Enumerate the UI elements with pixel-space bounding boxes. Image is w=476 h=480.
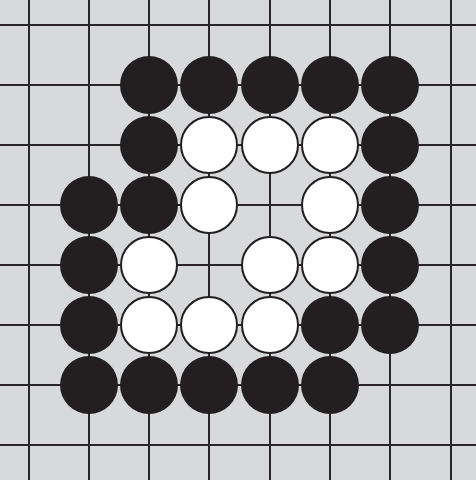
intersection[interactable] xyxy=(420,355,476,415)
intersection[interactable] xyxy=(300,115,360,175)
intersection[interactable] xyxy=(300,55,360,115)
black-stone xyxy=(301,56,359,114)
black-stone xyxy=(241,56,299,114)
intersection[interactable] xyxy=(0,55,59,115)
intersection[interactable] xyxy=(119,175,179,235)
intersection[interactable] xyxy=(179,55,239,115)
intersection[interactable] xyxy=(179,415,239,475)
intersection[interactable] xyxy=(59,175,119,235)
black-stone xyxy=(120,116,178,174)
intersection[interactable] xyxy=(420,115,476,175)
intersection[interactable] xyxy=(300,295,360,355)
intersection[interactable] xyxy=(119,295,179,355)
intersection[interactable] xyxy=(360,115,420,175)
white-stone xyxy=(241,116,299,174)
intersection[interactable] xyxy=(179,235,239,295)
intersection[interactable] xyxy=(59,415,119,475)
intersection[interactable] xyxy=(59,115,119,175)
intersection[interactable] xyxy=(300,415,360,475)
intersection[interactable] xyxy=(119,0,179,55)
intersection[interactable] xyxy=(179,295,239,355)
white-stone xyxy=(301,116,359,174)
white-stone xyxy=(301,176,359,234)
intersection[interactable] xyxy=(360,175,420,235)
intersection[interactable] xyxy=(360,55,420,115)
intersection[interactable] xyxy=(240,0,300,55)
intersection[interactable] xyxy=(59,295,119,355)
intersection[interactable] xyxy=(240,175,300,235)
white-stone xyxy=(301,236,359,294)
intersection[interactable] xyxy=(0,235,59,295)
intersection[interactable] xyxy=(420,0,476,55)
intersection[interactable] xyxy=(0,175,59,235)
intersection[interactable] xyxy=(119,355,179,415)
intersection[interactable] xyxy=(179,0,239,55)
intersection[interactable] xyxy=(179,175,239,235)
intersection[interactable] xyxy=(0,0,59,55)
intersection[interactable] xyxy=(420,55,476,115)
intersection[interactable] xyxy=(0,415,59,475)
intersection[interactable] xyxy=(59,355,119,415)
intersection[interactable] xyxy=(420,295,476,355)
intersection[interactable] xyxy=(179,355,239,415)
black-stone xyxy=(301,356,359,414)
black-stone xyxy=(241,356,299,414)
intersection[interactable] xyxy=(420,415,476,475)
intersection[interactable] xyxy=(300,235,360,295)
intersection[interactable] xyxy=(420,235,476,295)
intersection[interactable] xyxy=(300,355,360,415)
white-stone xyxy=(180,176,238,234)
white-stone xyxy=(241,296,299,354)
intersection[interactable] xyxy=(119,55,179,115)
intersection[interactable] xyxy=(240,115,300,175)
intersection[interactable] xyxy=(59,0,119,55)
intersection[interactable] xyxy=(119,115,179,175)
white-stone xyxy=(180,116,238,174)
intersections xyxy=(0,0,476,475)
black-stone xyxy=(120,56,178,114)
white-stone xyxy=(180,296,238,354)
intersection[interactable] xyxy=(360,355,420,415)
black-stone xyxy=(361,236,419,294)
intersection[interactable] xyxy=(240,355,300,415)
intersection[interactable] xyxy=(300,175,360,235)
intersection[interactable] xyxy=(119,415,179,475)
intersection[interactable] xyxy=(300,0,360,55)
intersection[interactable] xyxy=(360,0,420,55)
black-stone xyxy=(361,296,419,354)
black-stone xyxy=(120,176,178,234)
intersection[interactable] xyxy=(119,235,179,295)
black-stone xyxy=(60,296,118,354)
black-stone xyxy=(60,176,118,234)
intersection[interactable] xyxy=(0,115,59,175)
intersection[interactable] xyxy=(240,55,300,115)
black-stone xyxy=(361,176,419,234)
white-stone xyxy=(120,296,178,354)
intersection[interactable] xyxy=(240,415,300,475)
intersection[interactable] xyxy=(0,355,59,415)
intersection[interactable] xyxy=(179,115,239,175)
intersection[interactable] xyxy=(360,295,420,355)
intersection[interactable] xyxy=(59,235,119,295)
intersection[interactable] xyxy=(420,175,476,235)
black-stone xyxy=(120,356,178,414)
black-stone xyxy=(180,356,238,414)
white-stone xyxy=(241,236,299,294)
black-stone xyxy=(361,56,419,114)
intersection[interactable] xyxy=(0,295,59,355)
intersection[interactable] xyxy=(240,295,300,355)
intersection[interactable] xyxy=(59,55,119,115)
intersection[interactable] xyxy=(360,415,420,475)
intersection[interactable] xyxy=(360,235,420,295)
black-stone xyxy=(361,116,419,174)
black-stone xyxy=(180,56,238,114)
black-stone xyxy=(60,356,118,414)
white-stone xyxy=(120,236,178,294)
intersection[interactable] xyxy=(240,235,300,295)
black-stone xyxy=(60,236,118,294)
black-stone xyxy=(301,296,359,354)
go-board xyxy=(0,0,476,480)
